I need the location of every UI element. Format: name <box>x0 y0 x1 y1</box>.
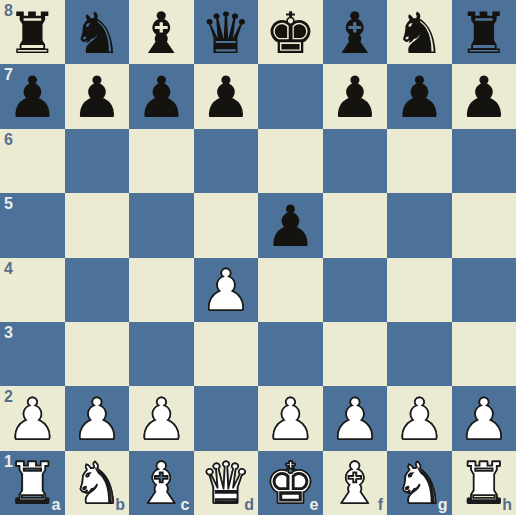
black-pawn[interactable]: ♟ <box>265 198 316 255</box>
square-g1[interactable]: g♞ <box>387 451 452 515</box>
black-bishop[interactable]: ♝ <box>136 5 187 62</box>
square-a1[interactable]: 1a♜ <box>0 451 65 515</box>
square-b3[interactable] <box>65 322 130 386</box>
square-d5[interactable] <box>194 193 259 257</box>
square-c5[interactable] <box>129 193 194 257</box>
square-f3[interactable] <box>323 322 388 386</box>
black-pawn[interactable]: ♟ <box>458 69 509 126</box>
square-e4[interactable] <box>258 258 323 322</box>
white-pawn[interactable]: ♟ <box>458 391 509 448</box>
black-queen[interactable]: ♛ <box>200 5 251 62</box>
square-d8[interactable]: ♛ <box>194 0 259 64</box>
square-h1[interactable]: h♜ <box>452 451 516 515</box>
black-pawn[interactable]: ♟ <box>71 69 122 126</box>
square-b7[interactable]: ♟ <box>65 64 130 128</box>
black-king[interactable]: ♚ <box>265 5 316 62</box>
square-d4[interactable]: ♟ <box>194 258 259 322</box>
white-knight[interactable]: ♞ <box>394 455 445 512</box>
black-pawn[interactable]: ♟ <box>136 69 187 126</box>
square-a6[interactable]: 6 <box>0 129 65 193</box>
square-f8[interactable]: ♝ <box>323 0 388 64</box>
square-d3[interactable] <box>194 322 259 386</box>
rank-label-3: 3 <box>4 325 13 341</box>
square-f6[interactable] <box>323 129 388 193</box>
square-g7[interactable]: ♟ <box>387 64 452 128</box>
square-h5[interactable] <box>452 193 516 257</box>
chess-board-container: 8♜♞♝♛♚♝♞♜7♟♟♟♟♟♟♟65♟4♟32♟♟♟♟♟♟♟1a♜b♞c♝d♛… <box>0 0 516 515</box>
white-king[interactable]: ♚ <box>265 455 316 512</box>
square-c8[interactable]: ♝ <box>129 0 194 64</box>
white-bishop[interactable]: ♝ <box>329 455 380 512</box>
square-e7[interactable] <box>258 64 323 128</box>
rank-label-4: 4 <box>4 261 13 277</box>
square-c2[interactable]: ♟ <box>129 386 194 450</box>
square-a3[interactable]: 3 <box>0 322 65 386</box>
black-rook[interactable]: ♜ <box>458 5 509 62</box>
square-b1[interactable]: b♞ <box>65 451 130 515</box>
square-h3[interactable] <box>452 322 516 386</box>
square-g4[interactable] <box>387 258 452 322</box>
black-knight[interactable]: ♞ <box>394 5 445 62</box>
square-c7[interactable]: ♟ <box>129 64 194 128</box>
rank-label-6: 6 <box>4 132 13 148</box>
square-c3[interactable] <box>129 322 194 386</box>
square-a4[interactable]: 4 <box>0 258 65 322</box>
white-pawn[interactable]: ♟ <box>200 262 251 319</box>
white-rook[interactable]: ♜ <box>458 455 509 512</box>
rank-label-5: 5 <box>4 196 13 212</box>
square-e6[interactable] <box>258 129 323 193</box>
square-g8[interactable]: ♞ <box>387 0 452 64</box>
white-pawn[interactable]: ♟ <box>265 391 316 448</box>
square-a8[interactable]: 8♜ <box>0 0 65 64</box>
square-b2[interactable]: ♟ <box>65 386 130 450</box>
white-queen[interactable]: ♛ <box>200 455 251 512</box>
black-rook[interactable]: ♜ <box>7 5 58 62</box>
black-knight[interactable]: ♞ <box>71 5 122 62</box>
square-e5[interactable]: ♟ <box>258 193 323 257</box>
square-d2[interactable] <box>194 386 259 450</box>
square-d6[interactable] <box>194 129 259 193</box>
white-knight[interactable]: ♞ <box>71 455 122 512</box>
square-h4[interactable] <box>452 258 516 322</box>
black-pawn[interactable]: ♟ <box>329 69 380 126</box>
square-b8[interactable]: ♞ <box>65 0 130 64</box>
white-pawn[interactable]: ♟ <box>394 391 445 448</box>
square-f2[interactable]: ♟ <box>323 386 388 450</box>
square-f1[interactable]: f♝ <box>323 451 388 515</box>
square-h7[interactable]: ♟ <box>452 64 516 128</box>
square-g6[interactable] <box>387 129 452 193</box>
square-f4[interactable] <box>323 258 388 322</box>
white-rook[interactable]: ♜ <box>7 455 58 512</box>
black-pawn[interactable]: ♟ <box>394 69 445 126</box>
square-e1[interactable]: e♚ <box>258 451 323 515</box>
square-d7[interactable]: ♟ <box>194 64 259 128</box>
square-c1[interactable]: c♝ <box>129 451 194 515</box>
square-e2[interactable]: ♟ <box>258 386 323 450</box>
square-b4[interactable] <box>65 258 130 322</box>
white-pawn[interactable]: ♟ <box>7 391 58 448</box>
square-g3[interactable] <box>387 322 452 386</box>
square-b6[interactable] <box>65 129 130 193</box>
square-d1[interactable]: d♛ <box>194 451 259 515</box>
chess-board: 8♜♞♝♛♚♝♞♜7♟♟♟♟♟♟♟65♟4♟32♟♟♟♟♟♟♟1a♜b♞c♝d♛… <box>0 0 516 515</box>
black-bishop[interactable]: ♝ <box>329 5 380 62</box>
square-e3[interactable] <box>258 322 323 386</box>
white-pawn[interactable]: ♟ <box>71 391 122 448</box>
white-bishop[interactable]: ♝ <box>136 455 187 512</box>
square-g5[interactable] <box>387 193 452 257</box>
square-c4[interactable] <box>129 258 194 322</box>
white-pawn[interactable]: ♟ <box>329 391 380 448</box>
square-e8[interactable]: ♚ <box>258 0 323 64</box>
square-c6[interactable] <box>129 129 194 193</box>
black-pawn[interactable]: ♟ <box>7 69 58 126</box>
square-a2[interactable]: 2♟ <box>0 386 65 450</box>
square-a5[interactable]: 5 <box>0 193 65 257</box>
square-b5[interactable] <box>65 193 130 257</box>
black-pawn[interactable]: ♟ <box>200 69 251 126</box>
white-pawn[interactable]: ♟ <box>136 391 187 448</box>
square-f7[interactable]: ♟ <box>323 64 388 128</box>
square-h8[interactable]: ♜ <box>452 0 516 64</box>
square-g2[interactable]: ♟ <box>387 386 452 450</box>
square-h2[interactable]: ♟ <box>452 386 516 450</box>
square-f5[interactable] <box>323 193 388 257</box>
square-h6[interactable] <box>452 129 516 193</box>
square-a7[interactable]: 7♟ <box>0 64 65 128</box>
